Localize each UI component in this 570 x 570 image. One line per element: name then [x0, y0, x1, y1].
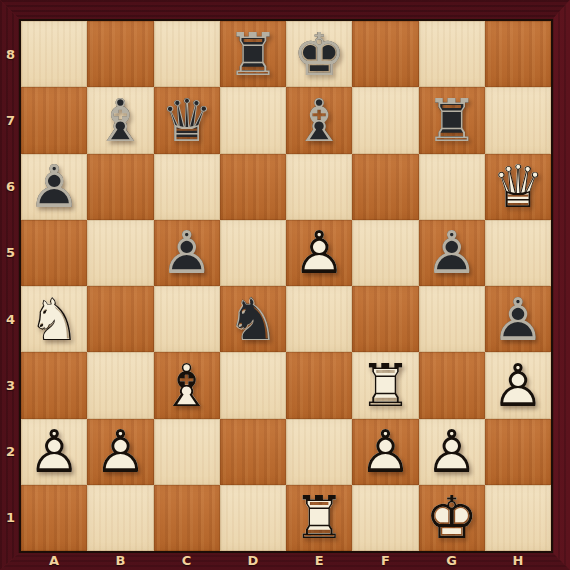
square-b6[interactable] — [87, 154, 153, 220]
square-f3[interactable]: ♜♖ — [352, 352, 418, 418]
square-b2[interactable]: ♟♙ — [87, 419, 153, 485]
black-bishop-piece[interactable]: ♝♗ — [286, 87, 352, 153]
square-d1[interactable] — [220, 485, 286, 551]
square-h8[interactable] — [485, 21, 551, 87]
queen-glyph-outline: ♕ — [485, 154, 551, 220]
rank-label-5: 5 — [0, 220, 21, 286]
square-c1[interactable] — [154, 485, 220, 551]
square-g7[interactable]: ♜♖ — [419, 87, 485, 153]
square-e7[interactable]: ♝♗ — [286, 87, 352, 153]
square-f6[interactable] — [352, 154, 418, 220]
rook-glyph-outline: ♖ — [352, 352, 418, 418]
square-f2[interactable]: ♟♙ — [352, 419, 418, 485]
file-label-c: C — [154, 551, 220, 570]
square-h7[interactable] — [485, 87, 551, 153]
file-label-a: A — [21, 551, 87, 570]
pawn-glyph-outline: ♙ — [87, 419, 153, 485]
square-a7[interactable] — [21, 87, 87, 153]
black-queen-piece[interactable]: ♛♕ — [154, 87, 220, 153]
square-a3[interactable] — [21, 352, 87, 418]
rank-label-2: 2 — [0, 419, 21, 485]
square-c7[interactable]: ♛♕ — [154, 87, 220, 153]
white-rook-piece[interactable]: ♜♖ — [352, 352, 418, 418]
square-h1[interactable] — [485, 485, 551, 551]
square-d3[interactable] — [220, 352, 286, 418]
white-pawn-piece[interactable]: ♟♙ — [21, 419, 87, 485]
rank-label-3: 3 — [0, 352, 21, 418]
file-label-h: H — [485, 551, 551, 570]
square-g2[interactable]: ♟♙ — [419, 419, 485, 485]
square-d5[interactable] — [220, 220, 286, 286]
white-pawn-piece[interactable]: ♟♙ — [286, 220, 352, 286]
square-d8[interactable]: ♜♖ — [220, 21, 286, 87]
black-pawn-piece[interactable]: ♟♙ — [154, 220, 220, 286]
square-e2[interactable] — [286, 419, 352, 485]
rank-label-1: 1 — [0, 485, 21, 551]
square-h3[interactable]: ♟♙ — [485, 352, 551, 418]
file-label-e: E — [286, 551, 352, 570]
square-b3[interactable] — [87, 352, 153, 418]
rank-label-4: 4 — [0, 286, 21, 352]
queen-glyph-outline: ♕ — [154, 87, 220, 153]
square-a1[interactable] — [21, 485, 87, 551]
rank-label-7: 7 — [0, 87, 21, 153]
file-labels: ABCDEFGH — [21, 551, 551, 570]
black-rook-piece[interactable]: ♜♖ — [220, 21, 286, 87]
black-pawn-piece[interactable]: ♟♙ — [485, 286, 551, 352]
square-h5[interactable] — [485, 220, 551, 286]
square-b4[interactable] — [87, 286, 153, 352]
square-e4[interactable] — [286, 286, 352, 352]
king-glyph-outline: ♔ — [419, 485, 485, 551]
square-e6[interactable] — [286, 154, 352, 220]
bishop-glyph-outline: ♗ — [87, 87, 153, 153]
square-g4[interactable] — [419, 286, 485, 352]
square-a8[interactable] — [21, 21, 87, 87]
square-c4[interactable] — [154, 286, 220, 352]
square-c2[interactable] — [154, 419, 220, 485]
black-rook-piece[interactable]: ♜♖ — [419, 87, 485, 153]
file-label-g: G — [419, 551, 485, 570]
rook-glyph-outline: ♖ — [286, 485, 352, 551]
square-d4[interactable]: ♞♘ — [220, 286, 286, 352]
white-pawn-piece[interactable]: ♟♙ — [87, 419, 153, 485]
square-g5[interactable]: ♟♙ — [419, 220, 485, 286]
square-g8[interactable] — [419, 21, 485, 87]
square-h2[interactable] — [485, 419, 551, 485]
pawn-glyph-outline: ♙ — [21, 154, 87, 220]
white-pawn-piece[interactable]: ♟♙ — [419, 419, 485, 485]
knight-glyph-outline: ♘ — [220, 286, 286, 352]
rank-label-6: 6 — [0, 154, 21, 220]
square-g1[interactable]: ♚♔ — [419, 485, 485, 551]
pawn-glyph-outline: ♙ — [485, 286, 551, 352]
bishop-glyph-outline: ♗ — [286, 87, 352, 153]
square-f8[interactable] — [352, 21, 418, 87]
square-a2[interactable]: ♟♙ — [21, 419, 87, 485]
pawn-glyph-outline: ♙ — [419, 220, 485, 286]
square-e5[interactable]: ♟♙ — [286, 220, 352, 286]
square-e1[interactable]: ♜♖ — [286, 485, 352, 551]
square-d7[interactable] — [220, 87, 286, 153]
file-label-b: B — [87, 551, 153, 570]
square-a6[interactable]: ♟♙ — [21, 154, 87, 220]
square-d6[interactable] — [220, 154, 286, 220]
pawn-glyph-outline: ♙ — [286, 220, 352, 286]
pawn-glyph-outline: ♙ — [419, 419, 485, 485]
square-c8[interactable] — [154, 21, 220, 87]
square-c3[interactable]: ♝♗ — [154, 352, 220, 418]
square-a4[interactable]: ♞♘ — [21, 286, 87, 352]
file-label-d: D — [220, 551, 286, 570]
square-f5[interactable] — [352, 220, 418, 286]
king-glyph-outline: ♔ — [286, 21, 352, 87]
square-h4[interactable]: ♟♙ — [485, 286, 551, 352]
pawn-glyph-outline: ♙ — [154, 220, 220, 286]
square-b5[interactable] — [87, 220, 153, 286]
square-d2[interactable] — [220, 419, 286, 485]
board: ♜♖♚♔♝♗♛♕♝♗♜♖♟♙♛♕♟♙♟♙♟♙♞♘♞♘♟♙♝♗♜♖♟♙♟♙♟♙♟♙… — [21, 21, 551, 551]
square-a5[interactable] — [21, 220, 87, 286]
black-pawn-piece[interactable]: ♟♙ — [419, 220, 485, 286]
white-queen-piece[interactable]: ♛♕ — [485, 154, 551, 220]
pawn-glyph-outline: ♙ — [21, 419, 87, 485]
square-f7[interactable] — [352, 87, 418, 153]
white-rook-piece[interactable]: ♜♖ — [286, 485, 352, 551]
square-e8[interactable]: ♚♔ — [286, 21, 352, 87]
white-bishop-piece[interactable]: ♝♗ — [154, 352, 220, 418]
file-label-f: F — [352, 551, 418, 570]
chess-diagram: 87654321 ♜♖♚♔♝♗♛♕♝♗♜♖♟♙♛♕♟♙♟♙♟♙♞♘♞♘♟♙♝♗♜… — [0, 0, 570, 570]
black-knight-piece[interactable]: ♞♘ — [220, 286, 286, 352]
square-b8[interactable] — [87, 21, 153, 87]
pawn-glyph-outline: ♙ — [352, 419, 418, 485]
white-king-piece[interactable]: ♚♔ — [419, 485, 485, 551]
rank-label-8: 8 — [0, 21, 21, 87]
square-g6[interactable] — [419, 154, 485, 220]
rook-glyph-outline: ♖ — [419, 87, 485, 153]
square-f4[interactable] — [352, 286, 418, 352]
bishop-glyph-outline: ♗ — [154, 352, 220, 418]
square-g3[interactable] — [419, 352, 485, 418]
square-e3[interactable] — [286, 352, 352, 418]
white-pawn-piece[interactable]: ♟♙ — [485, 352, 551, 418]
square-c6[interactable] — [154, 154, 220, 220]
rank-labels: 87654321 — [0, 21, 21, 551]
black-bishop-piece[interactable]: ♝♗ — [87, 87, 153, 153]
white-pawn-piece[interactable]: ♟♙ — [352, 419, 418, 485]
square-b1[interactable] — [87, 485, 153, 551]
square-f1[interactable] — [352, 485, 418, 551]
pawn-glyph-outline: ♙ — [485, 352, 551, 418]
square-b7[interactable]: ♝♗ — [87, 87, 153, 153]
square-c5[interactable]: ♟♙ — [154, 220, 220, 286]
square-h6[interactable]: ♛♕ — [485, 154, 551, 220]
black-pawn-piece[interactable]: ♟♙ — [21, 154, 87, 220]
white-knight-piece[interactable]: ♞♘ — [21, 286, 87, 352]
knight-glyph-outline: ♘ — [21, 286, 87, 352]
rook-glyph-outline: ♖ — [220, 21, 286, 87]
black-king-piece[interactable]: ♚♔ — [286, 21, 352, 87]
